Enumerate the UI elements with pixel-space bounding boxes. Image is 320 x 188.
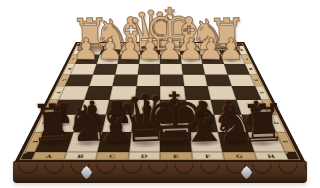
file-label: B: [64, 152, 98, 160]
square-d5: [136, 74, 160, 86]
frame-corner: [285, 152, 299, 160]
square-d3: [133, 99, 160, 114]
square-c3: [106, 99, 135, 114]
square-e2: [160, 115, 189, 132]
square-d7: [139, 54, 160, 63]
square-f1: [189, 132, 223, 152]
square-b1: [66, 132, 102, 152]
square-e1: [160, 132, 191, 152]
box-front-panel: [13, 161, 307, 183]
square-f8: [179, 46, 200, 55]
box-arc-ornament: [13, 162, 307, 183]
square-d2: [131, 115, 160, 132]
board-grid: ABCDEFGH8877665544332211ABCDEFGH: [19, 43, 300, 160]
square-b6: [93, 64, 118, 75]
square-d1: [129, 132, 160, 152]
square-b4: [84, 86, 112, 99]
square-b2: [73, 115, 106, 132]
square-e8: [160, 46, 180, 55]
square-b8: [100, 46, 122, 55]
square-e5: [160, 74, 184, 86]
square-d4: [135, 86, 160, 99]
file-label: C: [96, 152, 129, 160]
file-label: E: [160, 152, 192, 160]
square-e7: [160, 54, 181, 63]
square-f7: [180, 54, 202, 63]
square-c5: [112, 74, 137, 86]
square-f5: [182, 74, 207, 86]
square-f6: [181, 64, 205, 75]
file-label: D: [128, 152, 160, 160]
square-c2: [102, 115, 133, 132]
square-c1: [98, 132, 132, 152]
square-d8: [140, 46, 160, 55]
square-b3: [79, 99, 109, 114]
chess-board: ABCDEFGH8877665544332211ABCDEFGH: [14, 42, 306, 163]
square-e6: [160, 64, 182, 75]
square-d6: [138, 64, 160, 75]
square-b5: [89, 74, 115, 86]
square-b7: [96, 54, 119, 63]
square-c8: [120, 46, 141, 55]
square-e3: [160, 99, 187, 114]
square-c7: [118, 54, 140, 63]
square-c4: [109, 86, 136, 99]
square-e4: [160, 86, 185, 99]
photo-scene: ABCDEFGH8877665544332211ABCDEFGH ♜♞♝♛♚♝♞…: [0, 0, 320, 188]
square-f2: [187, 115, 218, 132]
square-f3: [185, 99, 214, 114]
square-f4: [184, 86, 211, 99]
file-label: F: [191, 152, 224, 160]
file-label: A: [32, 152, 67, 160]
file-label: H: [254, 152, 289, 160]
square-c6: [115, 64, 139, 75]
file-label: G: [222, 152, 256, 160]
